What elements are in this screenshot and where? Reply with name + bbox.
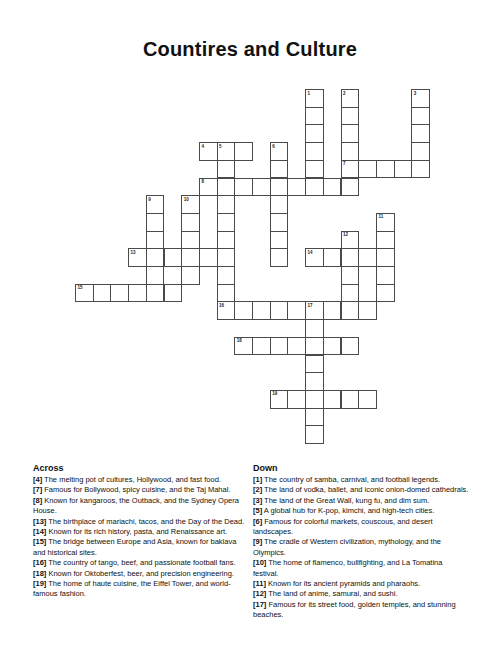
- cell-number: 11: [378, 214, 383, 219]
- grid-cell[interactable]: 6: [270, 142, 289, 161]
- grid-cell[interactable]: [323, 337, 342, 356]
- grid-cell[interactable]: [234, 301, 253, 320]
- grid-cell[interactable]: [323, 178, 342, 197]
- clue-item: [17] Famous for its street food, golden …: [253, 600, 469, 621]
- down-header: Down: [253, 463, 469, 474]
- cell-number: 16: [219, 303, 224, 308]
- grid-cell[interactable]: [341, 178, 360, 197]
- grid-cell[interactable]: [305, 372, 324, 391]
- cell-number: 5: [219, 144, 222, 149]
- cell-number: 9: [148, 197, 151, 202]
- grid-cell[interactable]: [146, 248, 165, 267]
- grid-cell[interactable]: [110, 284, 129, 303]
- grid-cell[interactable]: [128, 284, 147, 303]
- cell-number: 1: [308, 91, 311, 96]
- grid-cell[interactable]: [305, 160, 324, 179]
- clue-number: [5]: [253, 506, 262, 515]
- grid-cell[interactable]: [146, 231, 165, 250]
- grid-cell[interactable]: [376, 160, 395, 179]
- grid-cell[interactable]: [270, 248, 289, 267]
- cell-number: 14: [308, 250, 313, 255]
- across-header: Across: [33, 463, 249, 474]
- grid-cell[interactable]: [411, 142, 430, 161]
- grid-cell[interactable]: [376, 248, 395, 267]
- grid-cell[interactable]: [411, 160, 430, 179]
- grid-cell[interactable]: [341, 301, 360, 320]
- clue-item: [19] The home of haute cuisine, the Eiff…: [33, 579, 249, 600]
- clue-number: [17]: [253, 600, 266, 609]
- grid-cell[interactable]: [305, 390, 324, 409]
- grid-cell[interactable]: [411, 124, 430, 143]
- clue-item: [7] Famous for Bollywood, spicy cuisine,…: [33, 485, 249, 495]
- grid-cell[interactable]: [305, 319, 324, 338]
- grid-cell[interactable]: [341, 142, 360, 161]
- grid-cell[interactable]: [341, 107, 360, 126]
- cell-number: 15: [78, 285, 83, 290]
- grid-cell[interactable]: [305, 142, 324, 161]
- clue-item: [6] Famous for colorful markets, couscou…: [253, 517, 469, 538]
- clue-number: [18]: [33, 569, 46, 578]
- grid-cell[interactable]: 12: [341, 231, 360, 250]
- grid-cell[interactable]: 5: [217, 142, 236, 161]
- clue-number: [16]: [33, 558, 46, 567]
- grid-cell[interactable]: 4: [199, 142, 218, 161]
- clue-number: [4]: [33, 475, 42, 484]
- grid-cell[interactable]: 16: [217, 301, 236, 320]
- across-clue-list: [4] The melting pot of cultures, Hollywo…: [33, 475, 249, 600]
- clue-item: [5] A global hub for K-pop, kimchi, and …: [253, 506, 469, 516]
- clue-number: [1]: [253, 475, 262, 484]
- grid-cell[interactable]: [305, 355, 324, 374]
- grid-cell[interactable]: [270, 160, 289, 179]
- clue-number: [2]: [253, 485, 262, 494]
- cell-number: 12: [343, 232, 348, 237]
- clue-item: [8] Known for kangaroos, the Outback, an…: [33, 496, 249, 517]
- grid-cell[interactable]: [93, 284, 112, 303]
- clue-number: [3]: [253, 496, 262, 505]
- clue-item: [12] The land of anime, samurai, and sus…: [253, 589, 469, 599]
- cell-number: 17: [308, 303, 313, 308]
- grid-cell[interactable]: [217, 213, 236, 232]
- grid-cell[interactable]: [146, 284, 165, 303]
- clue-item: [14] Known for its rich history, pasta, …: [33, 527, 249, 537]
- grid-cell[interactable]: [252, 337, 271, 356]
- grid-cell[interactable]: [341, 390, 360, 409]
- grid-cell[interactable]: [287, 301, 306, 320]
- grid-cell[interactable]: [217, 284, 236, 303]
- grid-cell[interactable]: [146, 213, 165, 232]
- grid-cell[interactable]: [270, 213, 289, 232]
- grid-cell[interactable]: [341, 124, 360, 143]
- grid-cell[interactable]: 8: [199, 178, 218, 197]
- grid-cell[interactable]: [323, 248, 342, 267]
- cell-number: 4: [201, 144, 204, 149]
- down-clue-list: [1] The country of samba, carnival, and …: [253, 475, 469, 621]
- grid-cell[interactable]: [181, 213, 200, 232]
- down-clues: Down [1] The country of samba, carnival,…: [253, 463, 469, 621]
- grid-cell[interactable]: 18: [234, 337, 253, 356]
- clue-number: [9]: [253, 537, 262, 546]
- clue-number: [12]: [253, 589, 266, 598]
- grid-cell[interactable]: [270, 301, 289, 320]
- clue-number: [14]: [33, 527, 46, 536]
- grid-cell[interactable]: [217, 248, 236, 267]
- cell-number: 10: [184, 197, 189, 202]
- clue-item: [11] Known for its ancient pyramids and …: [253, 579, 469, 589]
- grid-cell[interactable]: [217, 160, 236, 179]
- grid-cell[interactable]: [358, 248, 377, 267]
- grid-cell[interactable]: [287, 178, 306, 197]
- clue-item: [18] Known for Oktoberfest, beer, and pr…: [33, 569, 249, 579]
- cell-number: 18: [237, 338, 242, 343]
- clue-item: [3] The land of the Great Wall, kung fu,…: [253, 496, 469, 506]
- grid-cell[interactable]: 13: [128, 248, 147, 267]
- grid-cell[interactable]: [217, 266, 236, 285]
- grid-cell[interactable]: [164, 248, 183, 267]
- grid-cell[interactable]: [358, 301, 377, 320]
- grid-cell[interactable]: [252, 178, 271, 197]
- cell-number: 19: [272, 391, 277, 396]
- grid-cell[interactable]: [341, 284, 360, 303]
- grid-cell[interactable]: [358, 390, 377, 409]
- grid-cell[interactable]: [181, 266, 200, 285]
- grid-cell[interactable]: 14: [305, 248, 324, 267]
- clue-item: [4] The melting pot of cultures, Hollywo…: [33, 475, 249, 485]
- grid-cell[interactable]: [234, 178, 253, 197]
- grid-cell[interactable]: [323, 301, 342, 320]
- grid-cell[interactable]: [341, 248, 360, 267]
- grid-cell[interactable]: [234, 142, 253, 161]
- grid-cell[interactable]: [305, 124, 324, 143]
- clue-number: [11]: [253, 579, 266, 588]
- crossword-grid: 12345678910111213141516171819: [75, 89, 430, 444]
- clue-number: [13]: [33, 517, 46, 526]
- clue-item: [1] The country of samba, carnival, and …: [253, 475, 469, 485]
- grid-cell[interactable]: [217, 178, 236, 197]
- clue-number: [10]: [253, 558, 266, 567]
- clue-item: [2] The land of vodka, ballet, and iconi…: [253, 485, 469, 495]
- grid-cell[interactable]: 9: [146, 195, 165, 214]
- cell-number: 13: [131, 250, 136, 255]
- grid-cell[interactable]: [270, 178, 289, 197]
- grid-cell[interactable]: 10: [181, 195, 200, 214]
- crossword-page: Countires and Culture 123456789101112131…: [0, 0, 500, 647]
- grid-cell[interactable]: 2: [341, 89, 360, 108]
- grid-cell[interactable]: [146, 266, 165, 285]
- grid-cell[interactable]: [305, 425, 324, 444]
- clue-item: [13] The birthplace of mariachi, tacos, …: [33, 517, 249, 527]
- clue-item: [9] The cradle of Western civilization, …: [253, 537, 469, 558]
- grid-cell[interactable]: [217, 231, 236, 250]
- grid-cell[interactable]: 17: [305, 301, 324, 320]
- grid-cell[interactable]: 19: [270, 390, 289, 409]
- clue-number: [6]: [253, 517, 262, 526]
- grid-cell[interactable]: [341, 337, 360, 356]
- cell-number: 8: [201, 179, 204, 184]
- grid-cell[interactable]: [270, 231, 289, 250]
- grid-cell[interactable]: [270, 195, 289, 214]
- clue-item: [10] The home of flamenco, bullfighting,…: [253, 558, 469, 579]
- grid-cell[interactable]: 7: [341, 160, 360, 179]
- grid-cell[interactable]: [305, 178, 324, 197]
- clue-item: [15] The bridge between Europe and Asia,…: [33, 537, 249, 558]
- grid-cell[interactable]: [305, 107, 324, 126]
- cell-number: 3: [414, 91, 417, 96]
- grid-cell[interactable]: [287, 337, 306, 356]
- cell-number: 2: [343, 91, 346, 96]
- grid-cell[interactable]: [305, 408, 324, 427]
- grid-cell[interactable]: 3: [411, 89, 430, 108]
- clue-number: [7]: [33, 485, 42, 494]
- grid-cell[interactable]: [411, 107, 430, 126]
- grid-cell[interactable]: [270, 337, 289, 356]
- grid-cell[interactable]: [376, 231, 395, 250]
- grid-cell[interactable]: [287, 390, 306, 409]
- cell-number: 6: [272, 144, 275, 149]
- grid-cell[interactable]: [305, 337, 324, 356]
- grid-cell[interactable]: [376, 284, 395, 303]
- grid-cell[interactable]: [323, 390, 342, 409]
- across-clues: Across [4] The melting pot of cultures, …: [33, 463, 249, 600]
- grid-cell[interactable]: 11: [376, 213, 395, 232]
- clue-number: [8]: [33, 496, 42, 505]
- grid-cell[interactable]: [252, 301, 271, 320]
- clue-item: [16] The country of tango, beef, and pas…: [33, 558, 249, 568]
- cell-number: 7: [343, 161, 346, 166]
- grid-cell[interactable]: [164, 284, 183, 303]
- grid-cell[interactable]: [199, 248, 218, 267]
- grid-cell[interactable]: 1: [305, 89, 324, 108]
- grid-cell[interactable]: [217, 195, 236, 214]
- grid-cell[interactable]: [394, 160, 413, 179]
- grid-cell[interactable]: 15: [75, 284, 94, 303]
- grid-cell[interactable]: [181, 231, 200, 250]
- grid-cell[interactable]: [341, 266, 360, 285]
- clue-number: [15]: [33, 537, 46, 546]
- grid-cell[interactable]: [358, 160, 377, 179]
- grid-cell[interactable]: [181, 248, 200, 267]
- clue-number: [19]: [33, 579, 46, 588]
- page-title: Countires and Culture: [0, 38, 500, 61]
- grid-cell[interactable]: [376, 266, 395, 285]
